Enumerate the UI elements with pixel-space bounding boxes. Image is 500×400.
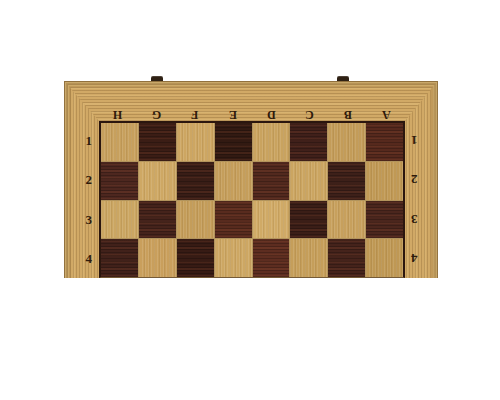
- file-label-g: G: [152, 107, 161, 121]
- square-c4: [290, 239, 327, 277]
- file-labels-top: HGFEDCBA: [99, 81, 405, 121]
- rank-labels-right: 1234: [405, 121, 438, 278]
- square-f3: [177, 201, 214, 239]
- square-e2: [215, 162, 252, 200]
- square-a3: [366, 201, 403, 239]
- file-label-h: H: [113, 107, 122, 121]
- square-g1: [139, 123, 176, 161]
- rank-label-right-1: 1: [405, 121, 438, 160]
- square-g2: [139, 162, 176, 200]
- file-label-d: D: [267, 107, 276, 121]
- square-d3: [253, 201, 290, 239]
- file-label-a: A: [382, 107, 391, 121]
- rank-label-left-3: 3: [64, 200, 99, 239]
- square-h3: [101, 201, 138, 239]
- square-d4: [253, 239, 290, 277]
- square-a1: [366, 123, 403, 161]
- rank-label-left-1: 1: [64, 121, 99, 160]
- square-h2: [101, 162, 138, 200]
- square-f4: [177, 239, 214, 277]
- file-label-e: E: [229, 107, 237, 121]
- product-photo: HGFEDCBA 1234 1234: [0, 0, 500, 400]
- square-g4: [139, 239, 176, 277]
- square-b2: [328, 162, 365, 200]
- square-b1: [328, 123, 365, 161]
- square-h1: [101, 123, 138, 161]
- square-h4: [101, 239, 138, 277]
- square-b4: [328, 239, 365, 277]
- rank-labels-left: 1234: [64, 121, 99, 278]
- file-label-b: B: [344, 107, 352, 121]
- square-a4: [366, 239, 403, 277]
- chessboard: HGFEDCBA 1234 1234: [64, 81, 438, 278]
- square-a2: [366, 162, 403, 200]
- square-f2: [177, 162, 214, 200]
- square-b3: [328, 201, 365, 239]
- rank-label-right-4: 4: [405, 239, 438, 278]
- rank-label-right-3: 3: [405, 200, 438, 239]
- rank-label-left-4: 4: [64, 239, 99, 278]
- file-label-f: F: [191, 107, 198, 121]
- square-d2: [253, 162, 290, 200]
- square-e3: [215, 201, 252, 239]
- square-c3: [290, 201, 327, 239]
- square-e1: [215, 123, 252, 161]
- rank-label-right-2: 2: [405, 160, 438, 199]
- square-c1: [290, 123, 327, 161]
- playing-field: [99, 121, 405, 278]
- rank-label-left-2: 2: [64, 160, 99, 199]
- square-g3: [139, 201, 176, 239]
- square-f1: [177, 123, 214, 161]
- file-label-c: C: [305, 107, 314, 121]
- square-d1: [253, 123, 290, 161]
- square-c2: [290, 162, 327, 200]
- square-e4: [215, 239, 252, 277]
